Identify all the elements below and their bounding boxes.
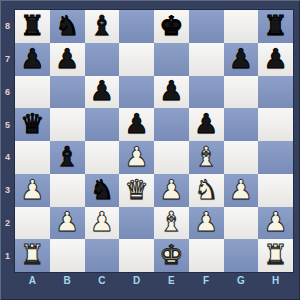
- square-d4[interactable]: ♟: [119, 141, 154, 174]
- square-h3[interactable]: [258, 174, 293, 207]
- square-b7[interactable]: ♟: [50, 43, 85, 76]
- piece-white-pawn[interactable]: ♟: [20, 176, 44, 203]
- square-f4[interactable]: ♝: [189, 141, 224, 174]
- piece-black-knight[interactable]: ♞: [55, 12, 79, 39]
- square-b6[interactable]: [50, 76, 85, 109]
- square-d1[interactable]: [119, 239, 154, 272]
- square-f5[interactable]: ♟: [189, 108, 224, 141]
- file-label-d: D: [119, 272, 154, 292]
- rank-label-6: 6: [0, 76, 15, 109]
- piece-black-knight[interactable]: ♞: [90, 176, 114, 203]
- square-h2[interactable]: ♟: [258, 207, 293, 240]
- square-a5[interactable]: ♛: [15, 108, 50, 141]
- piece-white-pawn[interactable]: ♟: [90, 208, 114, 235]
- file-label-e: E: [154, 272, 189, 292]
- piece-black-pawn[interactable]: ♟: [20, 45, 44, 72]
- square-h8[interactable]: ♜: [258, 10, 293, 43]
- rank-label-3: 3: [0, 174, 15, 207]
- square-g6[interactable]: [224, 76, 259, 109]
- piece-white-bishop[interactable]: ♝: [194, 143, 218, 170]
- piece-black-pawn[interactable]: ♟: [229, 45, 253, 72]
- piece-white-bishop[interactable]: ♝: [159, 208, 183, 235]
- piece-black-rook[interactable]: ♜: [20, 12, 44, 39]
- square-h7[interactable]: ♟: [258, 43, 293, 76]
- square-c4[interactable]: [85, 141, 120, 174]
- piece-black-pawn[interactable]: ♟: [194, 110, 218, 137]
- piece-black-pawn[interactable]: ♟: [55, 45, 79, 72]
- square-d8[interactable]: [119, 10, 154, 43]
- square-g8[interactable]: [224, 10, 259, 43]
- square-a4[interactable]: [15, 141, 50, 174]
- piece-black-king[interactable]: ♚: [159, 12, 183, 39]
- square-h6[interactable]: [258, 76, 293, 109]
- piece-white-pawn[interactable]: ♟: [264, 208, 288, 235]
- square-f1[interactable]: [189, 239, 224, 272]
- square-c7[interactable]: [85, 43, 120, 76]
- piece-white-pawn[interactable]: ♟: [159, 176, 183, 203]
- square-d7[interactable]: [119, 43, 154, 76]
- square-b2[interactable]: ♟: [50, 207, 85, 240]
- square-e6[interactable]: ♟: [154, 76, 189, 109]
- piece-white-pawn[interactable]: ♟: [194, 208, 218, 235]
- square-d3[interactable]: ♛: [119, 174, 154, 207]
- square-e2[interactable]: ♝: [154, 207, 189, 240]
- rank-label-1: 1: [0, 239, 15, 272]
- piece-black-pawn[interactable]: ♟: [90, 77, 114, 104]
- square-h1[interactable]: ♜: [258, 239, 293, 272]
- square-e1[interactable]: ♚: [154, 239, 189, 272]
- square-h5[interactable]: [258, 108, 293, 141]
- square-a1[interactable]: ♜: [15, 239, 50, 272]
- square-b1[interactable]: [50, 239, 85, 272]
- piece-black-pawn[interactable]: ♟: [264, 45, 288, 72]
- rank-label-7: 7: [0, 43, 15, 76]
- square-e5[interactable]: [154, 108, 189, 141]
- square-c5[interactable]: [85, 108, 120, 141]
- square-e8[interactable]: ♚: [154, 10, 189, 43]
- square-a7[interactable]: ♟: [15, 43, 50, 76]
- square-g2[interactable]: [224, 207, 259, 240]
- square-f8[interactable]: [189, 10, 224, 43]
- square-f2[interactable]: ♟: [189, 207, 224, 240]
- file-labels: ABCDEFGH: [15, 272, 293, 292]
- square-a6[interactable]: [15, 76, 50, 109]
- piece-white-rook[interactable]: ♜: [264, 241, 288, 268]
- piece-white-king[interactable]: ♚: [159, 241, 183, 268]
- square-c2[interactable]: ♟: [85, 207, 120, 240]
- square-f7[interactable]: [189, 43, 224, 76]
- square-f3[interactable]: ♞: [189, 174, 224, 207]
- square-g4[interactable]: [224, 141, 259, 174]
- piece-black-bishop[interactable]: ♝: [55, 143, 79, 170]
- file-label-f: F: [189, 272, 224, 292]
- piece-white-queen[interactable]: ♛: [125, 176, 149, 203]
- square-c8[interactable]: ♝: [85, 10, 120, 43]
- file-label-b: B: [50, 272, 85, 292]
- piece-black-pawn[interactable]: ♟: [125, 110, 149, 137]
- piece-white-rook[interactable]: ♜: [20, 241, 44, 268]
- square-b5[interactable]: [50, 108, 85, 141]
- square-b8[interactable]: ♞: [50, 10, 85, 43]
- file-label-h: H: [258, 272, 293, 292]
- piece-white-pawn[interactable]: ♟: [55, 208, 79, 235]
- rank-label-8: 8: [0, 10, 15, 43]
- chess-board: ♜♞♝♚♜♟♟♟♟♟♟♛♟♟♝♟♝♟♞♛♟♞♟♟♟♝♟♟♜♚♜: [15, 10, 293, 272]
- rank-label-4: 4: [0, 141, 15, 174]
- piece-white-knight[interactable]: ♞: [194, 176, 218, 203]
- square-c3[interactable]: ♞: [85, 174, 120, 207]
- rank-labels: 87654321: [0, 10, 15, 272]
- rank-label-5: 5: [0, 108, 15, 141]
- square-h4[interactable]: [258, 141, 293, 174]
- square-g3[interactable]: ♟: [224, 174, 259, 207]
- square-c6[interactable]: ♟: [85, 76, 120, 109]
- piece-black-queen[interactable]: ♛: [20, 110, 44, 137]
- square-e7[interactable]: [154, 43, 189, 76]
- square-e4[interactable]: [154, 141, 189, 174]
- board-frame: 87654321 ♜♞♝♚♜♟♟♟♟♟♟♛♟♟♝♟♝♟♞♛♟♞♟♟♟♝♟♟♜♚♜…: [0, 0, 300, 300]
- file-label-a: A: [15, 272, 50, 292]
- square-a8[interactable]: ♜: [15, 10, 50, 43]
- square-a2[interactable]: [15, 207, 50, 240]
- file-label-c: C: [85, 272, 120, 292]
- piece-black-bishop[interactable]: ♝: [90, 12, 114, 39]
- piece-white-pawn[interactable]: ♟: [229, 176, 253, 203]
- piece-black-rook[interactable]: ♜: [264, 12, 288, 39]
- square-g7[interactable]: ♟: [224, 43, 259, 76]
- rank-label-2: 2: [0, 207, 15, 240]
- square-b4[interactable]: ♝: [50, 141, 85, 174]
- square-g1[interactable]: [224, 239, 259, 272]
- square-f6[interactable]: [189, 76, 224, 109]
- piece-black-pawn[interactable]: ♟: [159, 77, 183, 104]
- square-c1[interactable]: [85, 239, 120, 272]
- square-e3[interactable]: ♟: [154, 174, 189, 207]
- square-d6[interactable]: [119, 76, 154, 109]
- square-d5[interactable]: ♟: [119, 108, 154, 141]
- square-b3[interactable]: [50, 174, 85, 207]
- square-a3[interactable]: ♟: [15, 174, 50, 207]
- piece-white-pawn[interactable]: ♟: [125, 143, 149, 170]
- file-label-g: G: [224, 272, 259, 292]
- square-d2[interactable]: [119, 207, 154, 240]
- square-g5[interactable]: [224, 108, 259, 141]
